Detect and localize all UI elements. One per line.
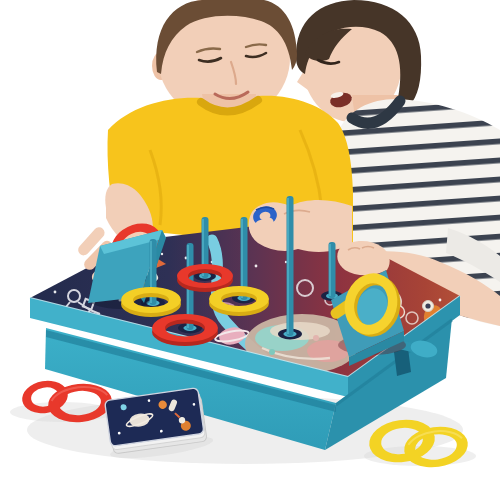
- scene: Two boys play a space-themed tabletop ri…: [0, 0, 500, 500]
- product-photo: Two boys play a space-themed tabletop ri…: [0, 0, 500, 500]
- floor-red-rings: [10, 377, 114, 425]
- left-boy-right-hand-with-blue-ring: [249, 200, 352, 252]
- latch-notch: [394, 348, 411, 376]
